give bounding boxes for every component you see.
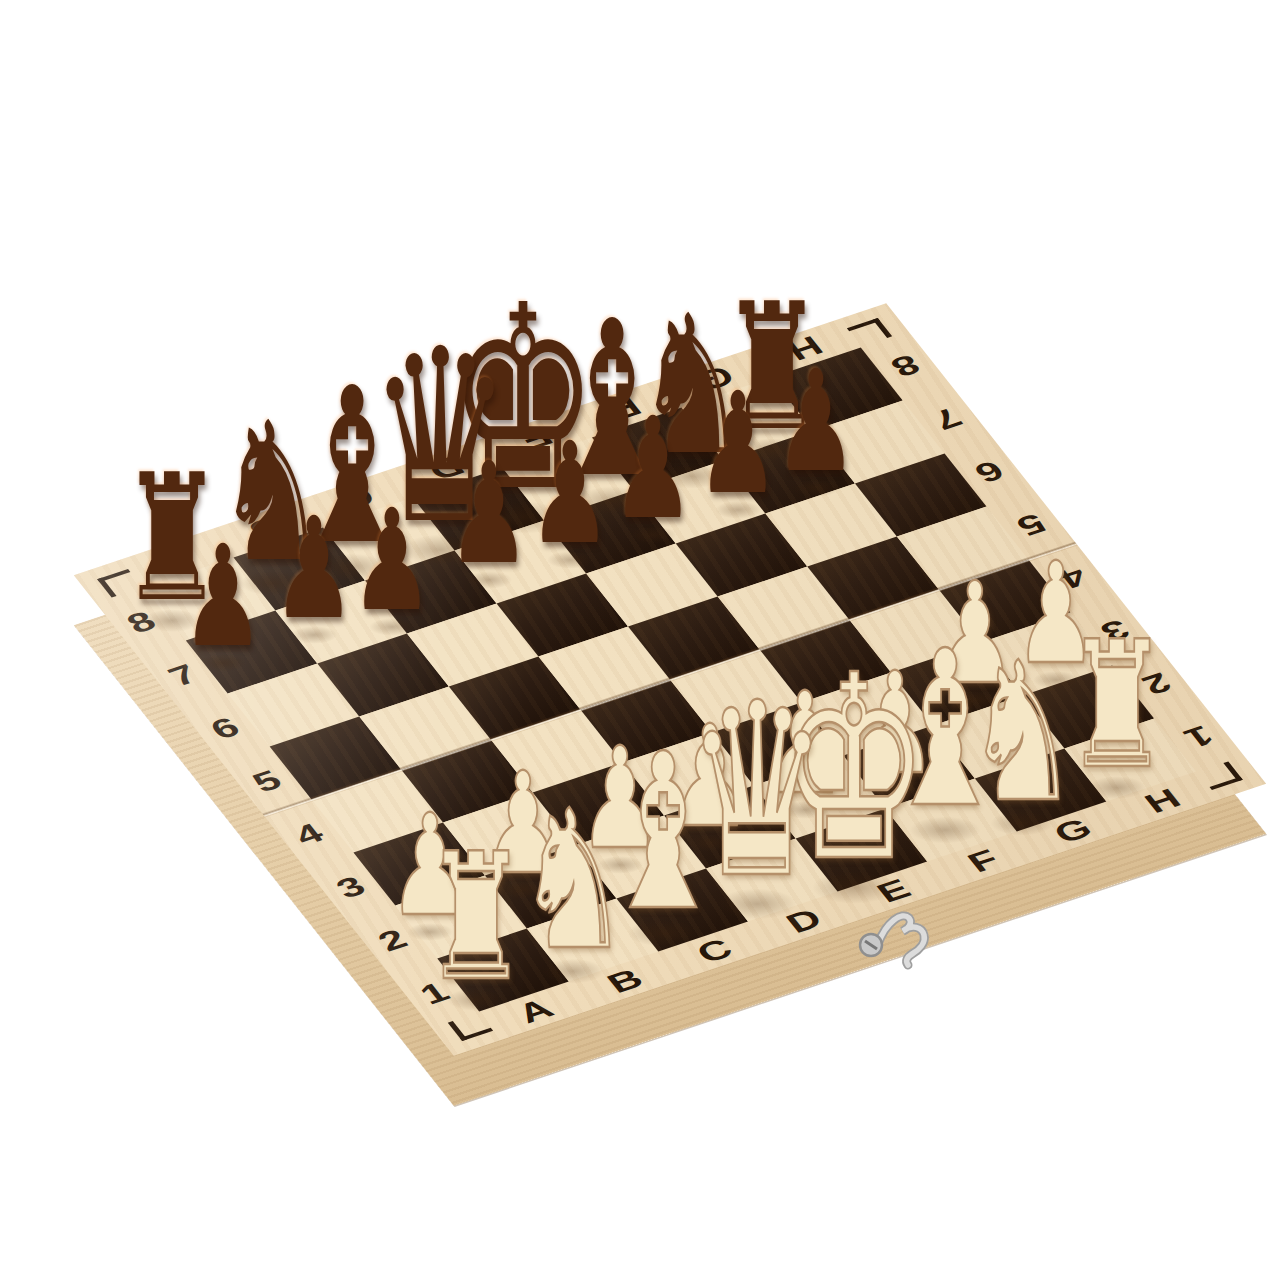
- metal-clasp-icon: [848, 898, 952, 974]
- chess-board: ABCDEFGH ABCDEFGH 87654321 87654321: [74, 303, 1266, 1056]
- product-photo-scene: ABCDEFGH ABCDEFGH 87654321 87654321 ♜♞♝♛…: [0, 0, 1280, 1280]
